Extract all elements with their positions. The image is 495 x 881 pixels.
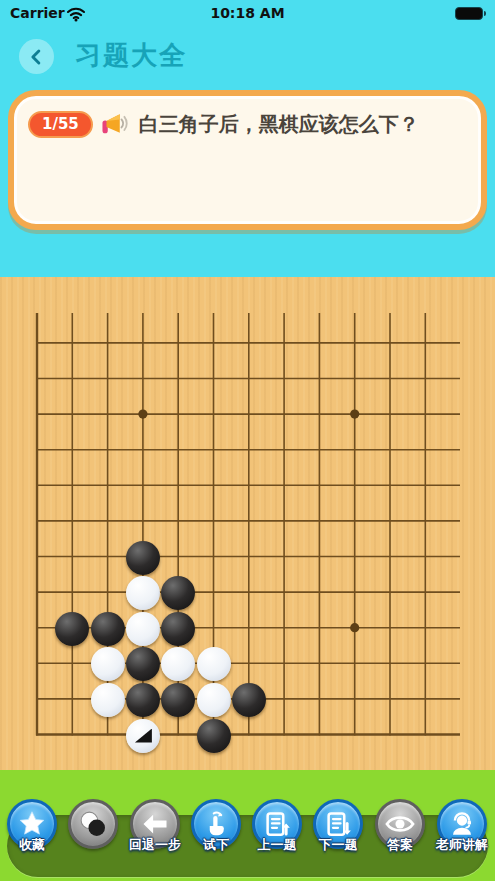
header: 习题大全 (0, 34, 495, 82)
undo-button-label: 回退一步 (129, 836, 181, 854)
favorite-button-label: 收藏 (19, 836, 45, 854)
stone-black-C4 (91, 612, 125, 646)
star-point-icon (350, 410, 359, 419)
stone-white-D5 (126, 576, 160, 610)
star-point-icon (350, 623, 359, 632)
prev-question-button[interactable]: 上一题 (252, 799, 302, 849)
stone-black-E2 (161, 683, 195, 717)
stone-black-D6 (126, 541, 160, 575)
stone-black-F1 (197, 719, 231, 753)
favorite-button[interactable]: 收藏 (7, 799, 57, 849)
toolbar: 收藏回退一步试下上一题下一题答案老师讲解 (7, 815, 488, 877)
go-stones-icon (68, 799, 118, 849)
stone-white-D1-triangle (126, 719, 160, 753)
question-text: 白三角子后，黑棋应该怎么下？ (139, 111, 419, 138)
stones-button[interactable] (68, 799, 118, 849)
status-bar: Carrier 10:18 AM (0, 0, 495, 26)
go-board[interactable] (0, 277, 495, 770)
question-counter-badge: 1/55 (28, 111, 93, 138)
next-question-button[interactable]: 下一题 (313, 799, 363, 849)
app-screen: { "status_bar": { "carrier": "Carrier", … (0, 0, 495, 881)
megaphone-icon[interactable] (99, 109, 129, 139)
stone-white-D4 (126, 612, 160, 646)
teacher-explain-button[interactable]: 老师讲解 (437, 799, 487, 849)
try-move-button[interactable]: 试下 (191, 799, 241, 849)
prev-question-button-label: 上一题 (258, 836, 297, 854)
clock: 10:18 AM (0, 5, 495, 21)
stone-black-E4 (161, 612, 195, 646)
stone-black-G2 (232, 683, 266, 717)
stone-white-F2 (197, 683, 231, 717)
undo-button[interactable]: 回退一步 (130, 799, 180, 849)
next-question-button-label: 下一题 (319, 836, 358, 854)
stone-white-C3 (91, 647, 125, 681)
stone-black-D2 (126, 683, 160, 717)
stone-black-B4 (55, 612, 89, 646)
back-button[interactable] (19, 39, 54, 74)
triangle-mark-icon (135, 729, 152, 743)
chevron-left-icon (26, 46, 48, 68)
stone-white-C2 (91, 683, 125, 717)
question-card: 1/55 白三角子后，黑棋应该怎么下？ (8, 90, 487, 230)
star-point-icon (138, 410, 147, 419)
page-title: 习题大全 (75, 38, 187, 73)
answer-button[interactable]: 答案 (375, 799, 425, 849)
teacher-explain-button-label: 老师讲解 (436, 836, 488, 854)
footer: 收藏回退一步试下上一题下一题答案老师讲解 (0, 770, 495, 881)
try-move-button-label: 试下 (203, 836, 229, 854)
battery-icon (455, 7, 483, 20)
stone-black-D3 (126, 647, 160, 681)
answer-button-label: 答案 (387, 836, 413, 854)
stone-white-F3 (197, 647, 231, 681)
